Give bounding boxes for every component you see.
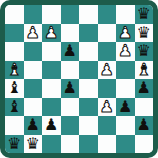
square-f2[interactable] [98,116,117,135]
piece-black-queen: ♛ [137,42,151,60]
square-e6[interactable] [79,42,98,61]
square-d5[interactable] [61,61,80,80]
square-e7[interactable] [79,24,98,43]
square-h6[interactable]: ♛ [135,42,154,61]
piece-black-pawn: ♟ [63,79,77,97]
square-h1[interactable] [135,135,154,154]
square-a6[interactable] [5,42,24,61]
square-d3[interactable] [61,98,80,117]
square-c4[interactable] [42,79,61,98]
board-frame: ♛♟♟♟♛♟♟♛♝♟♝♝♟♟♝♟♟♟♟♟♛♛ [0,0,158,158]
square-h3[interactable] [135,98,154,117]
square-c6[interactable] [42,42,61,61]
piece-black-pawn: ♟ [44,116,58,134]
square-f8[interactable] [98,5,117,24]
square-g7[interactable]: ♟ [116,24,135,43]
square-b2[interactable]: ♟ [24,116,43,135]
square-d1[interactable] [61,135,80,154]
square-f6[interactable] [98,42,117,61]
square-b4[interactable] [24,79,43,98]
square-a7[interactable] [5,24,24,43]
square-g5[interactable] [116,61,135,80]
chess-board: ♛♟♟♟♛♟♟♛♝♟♝♝♟♟♝♟♟♟♟♟♛♛ [5,5,153,153]
piece-white-bishop: ♝ [7,61,21,79]
square-h4[interactable]: ♟ [135,79,154,98]
piece-black-pawn: ♟ [26,116,40,134]
square-c8[interactable] [42,5,61,24]
square-d2[interactable] [61,116,80,135]
square-c7[interactable]: ♟ [42,24,61,43]
piece-black-queen: ♛ [137,24,151,42]
square-b6[interactable] [24,42,43,61]
square-c3[interactable] [42,98,61,117]
piece-white-pawn: ♟ [100,61,114,79]
square-b5[interactable] [24,61,43,80]
piece-black-queen: ♛ [137,5,151,23]
square-d8[interactable] [61,5,80,24]
piece-black-bishop: ♝ [7,79,21,97]
square-f1[interactable] [98,135,117,154]
square-c5[interactable] [42,61,61,80]
piece-white-pawn: ♟ [118,42,132,60]
square-e1[interactable] [79,135,98,154]
square-d7[interactable] [61,24,80,43]
piece-black-pawn: ♟ [137,79,151,97]
square-e2[interactable] [79,116,98,135]
square-g8[interactable] [116,5,135,24]
piece-white-pawn: ♟ [44,24,58,42]
piece-white-bishop: ♝ [137,61,151,79]
square-a8[interactable] [5,5,24,24]
square-h8[interactable]: ♛ [135,5,154,24]
square-b8[interactable] [24,5,43,24]
square-h7[interactable]: ♛ [135,24,154,43]
piece-black-bishop: ♝ [7,98,21,116]
square-g1[interactable] [116,135,135,154]
square-g6[interactable]: ♟ [116,42,135,61]
square-e8[interactable] [79,5,98,24]
square-d6[interactable]: ♟ [61,42,80,61]
piece-white-pawn: ♟ [26,24,40,42]
square-f4[interactable] [98,79,117,98]
square-a4[interactable]: ♝ [5,79,24,98]
square-e5[interactable] [79,61,98,80]
square-a5[interactable]: ♝ [5,61,24,80]
piece-white-pawn: ♟ [100,98,114,116]
piece-black-queen: ♛ [7,135,21,153]
square-a1[interactable]: ♛ [5,135,24,154]
square-g2[interactable] [116,116,135,135]
square-e4[interactable] [79,79,98,98]
square-a2[interactable] [5,116,24,135]
square-e3[interactable] [79,98,98,117]
piece-black-pawn: ♟ [63,42,77,60]
square-f3[interactable]: ♟ [98,98,117,117]
piece-black-pawn: ♟ [118,98,132,116]
square-g4[interactable] [116,79,135,98]
square-c2[interactable]: ♟ [42,116,61,135]
piece-black-queen: ♛ [26,135,40,153]
square-f7[interactable] [98,24,117,43]
square-d4[interactable]: ♟ [61,79,80,98]
piece-black-pawn: ♟ [137,116,151,134]
square-g3[interactable]: ♟ [116,98,135,117]
square-b3[interactable] [24,98,43,117]
square-b7[interactable]: ♟ [24,24,43,43]
square-f5[interactable]: ♟ [98,61,117,80]
square-h5[interactable]: ♝ [135,61,154,80]
piece-white-pawn: ♟ [118,24,132,42]
square-c1[interactable] [42,135,61,154]
square-a3[interactable]: ♝ [5,98,24,117]
square-b1[interactable]: ♛ [24,135,43,154]
chess-diagram: ♛♟♟♟♛♟♟♛♝♟♝♝♟♟♝♟♟♟♟♟♛♛ [0,0,158,158]
square-h2[interactable]: ♟ [135,116,154,135]
